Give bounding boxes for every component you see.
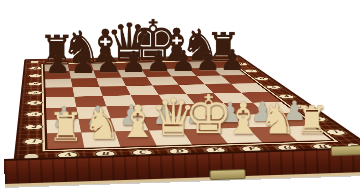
piece-black-pawn: ♟ [121, 48, 147, 77]
piece-black-pawn: ♟ [171, 47, 197, 76]
piece-black-pawn: ♟ [96, 48, 122, 77]
square-d7: ♟ [118, 70, 147, 78]
square-b5 [72, 87, 102, 97]
piece-white-knight: ♞ [259, 98, 296, 140]
square-a1: ♜ [47, 132, 84, 149]
square-c5 [99, 86, 130, 96]
square-a7: ♟ [45, 71, 71, 79]
piece-white-knight: ♞ [83, 103, 121, 146]
chess-board-grid: ♜♞♝♛♚♝♞♜♟♟♟♟♟♟♟♟♟♟♟♟♟♟♟♟♜♞♝♛♚♝♞♜ [45, 61, 332, 149]
square-c7: ♟ [94, 70, 122, 78]
piece-black-pawn: ♟ [45, 49, 71, 78]
brass-clasp [210, 169, 246, 180]
rank-label-right-7: 7 [243, 70, 260, 73]
piece-white-bishop: ♝ [118, 100, 158, 144]
piece-black-pawn: ♟ [220, 46, 245, 74]
piece-black-pawn: ♟ [146, 47, 172, 76]
rank-label-right-6: 6 [253, 77, 271, 80]
square-e6 [147, 77, 179, 86]
square-b1: ♞ [81, 131, 120, 147]
rank-label-left-1: 1 [24, 138, 44, 145]
square-b7: ♟ [69, 71, 96, 79]
rank-label-left-2: 2 [25, 124, 43, 130]
piece-white-rook: ♜ [48, 107, 84, 147]
rank-label-left-4: 4 [26, 101, 42, 106]
rank-label-left-5: 5 [27, 91, 42, 95]
square-c1: ♝ [115, 130, 156, 146]
rank-label-right-5: 5 [264, 85, 283, 89]
piece-black-pawn: ♟ [70, 49, 96, 78]
square-a5 [45, 87, 74, 97]
rank-label-left-6: 6 [28, 82, 43, 86]
rank-label-left-7: 7 [28, 74, 42, 77]
piece-white-rook: ♜ [295, 100, 329, 138]
rank-label-left-3: 3 [26, 112, 43, 117]
chess-set-photo: ♜♞♝♛♚♝♞♜♟♟♟♟♟♟♟♟♟♟♟♟♟♟♟♟♜♞♝♛♚♝♞♜ ABCDEFG… [0, 0, 360, 190]
piece-black-pawn: ♟ [195, 46, 220, 74]
brass-hinge [331, 145, 360, 156]
